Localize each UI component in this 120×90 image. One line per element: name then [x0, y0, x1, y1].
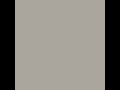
coord-strip-bottom — [15, 88, 105, 90]
video-frame — [0, 0, 120, 90]
letterbox-left — [0, 0, 15, 90]
letterbox-right — [105, 0, 120, 90]
chess-board — [15, 0, 105, 90]
board-grid — [17, 0, 105, 88]
